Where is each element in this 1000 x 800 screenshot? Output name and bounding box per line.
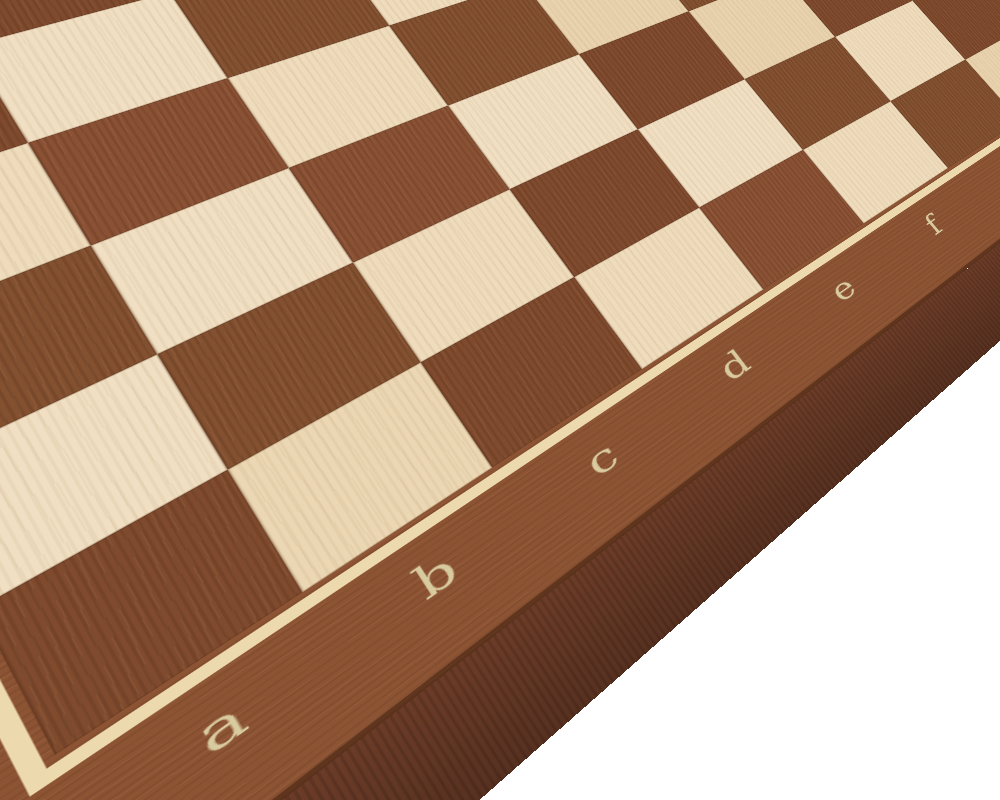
board-photo: abcdef: [0, 0, 1000, 800]
chessboard: abcdef: [0, 0, 1000, 800]
